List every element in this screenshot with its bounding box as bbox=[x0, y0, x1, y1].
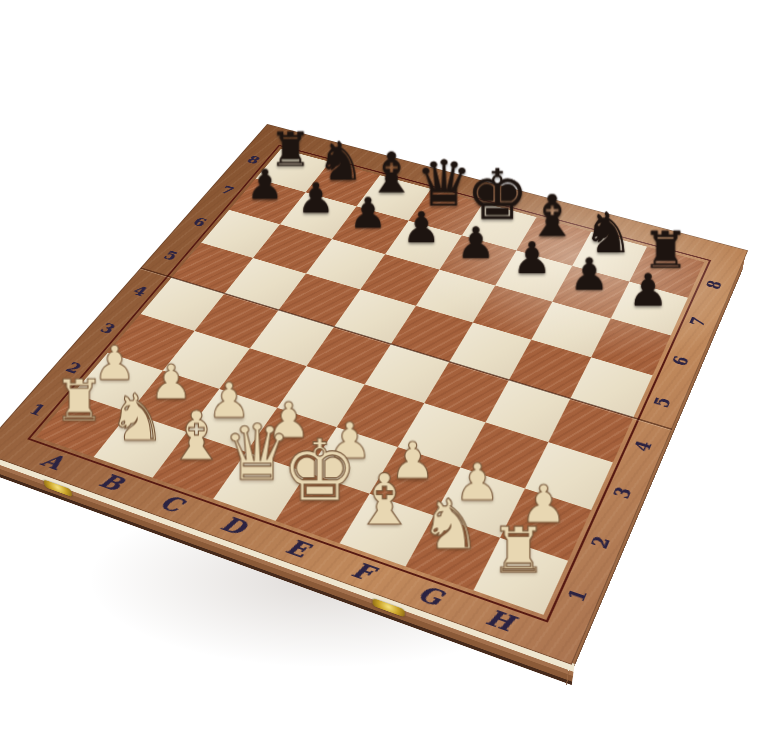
brass-clasp-right bbox=[373, 598, 405, 617]
rank-label-right-6: 6 bbox=[668, 354, 692, 368]
file-label-d: D bbox=[217, 511, 251, 540]
rank-label-right-1: 1 bbox=[563, 585, 591, 604]
rank-label-right-3: 3 bbox=[609, 484, 635, 501]
file-label-g: G bbox=[414, 579, 448, 610]
piece-white-knight[interactable]: ♞ bbox=[108, 385, 166, 450]
piece-white-knight[interactable]: ♞ bbox=[419, 489, 481, 558]
square-g5[interactable] bbox=[509, 340, 591, 399]
file-label-e: E bbox=[282, 533, 314, 561]
rank-label-right-2: 2 bbox=[587, 533, 614, 551]
piece-white-bishop[interactable]: ♝ bbox=[352, 465, 415, 535]
file-label-c: C bbox=[156, 489, 189, 516]
file-label-f: F bbox=[348, 556, 378, 585]
rank-label-right-5: 5 bbox=[650, 394, 675, 409]
file-label-a: A bbox=[37, 448, 70, 474]
file-label-h: H bbox=[482, 603, 518, 636]
piece-white-bishop[interactable]: ♝ bbox=[165, 403, 226, 471]
file-label-b: B bbox=[95, 468, 129, 495]
rank-label-right-4: 4 bbox=[630, 438, 656, 454]
square-h4[interactable] bbox=[548, 398, 633, 462]
square-f4[interactable] bbox=[424, 362, 509, 423]
rank-label-left-1: 1 bbox=[26, 400, 49, 418]
square-e4[interactable] bbox=[365, 344, 450, 403]
piece-white-rook[interactable]: ♜ bbox=[490, 519, 547, 582]
square-g4[interactable] bbox=[485, 380, 570, 442]
piece-white-rook[interactable]: ♜ bbox=[53, 373, 104, 430]
product-photo: ABCDEFGH8765432187654321 ♜♞♝♛♚♝♞♜♟♟♟♟♟♟♟… bbox=[0, 0, 761, 750]
piece-white-king[interactable]: ♚ bbox=[281, 428, 357, 513]
square-h5[interactable] bbox=[570, 357, 652, 417]
brass-clasp-left bbox=[43, 479, 72, 497]
